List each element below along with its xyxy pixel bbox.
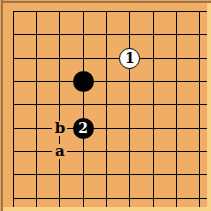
- intersection: [48, 23, 71, 46]
- board-cut-margin-bottom: [0, 207, 211, 211]
- intersection: [165, 0, 188, 23]
- intersection: [2, 140, 25, 163]
- intersection: [142, 47, 165, 70]
- intersection: [165, 93, 188, 116]
- intersection: [95, 70, 118, 93]
- intersection: [118, 0, 141, 23]
- intersection: [25, 93, 48, 116]
- intersection: [2, 93, 25, 116]
- intersection: [48, 70, 71, 93]
- intersection: [25, 0, 48, 23]
- intersection: [2, 70, 25, 93]
- intersection: [25, 23, 48, 46]
- intersection: [165, 117, 188, 140]
- mark-b: b: [52, 121, 67, 136]
- intersection: [48, 163, 71, 186]
- intersection: [72, 0, 95, 23]
- intersection: [95, 117, 118, 140]
- intersection: b: [48, 117, 71, 140]
- intersection: [2, 0, 25, 23]
- intersection: [118, 70, 141, 93]
- intersection: [95, 47, 118, 70]
- board-cut-margin-right: [207, 0, 211, 211]
- intersection: [142, 23, 165, 46]
- intersection: [165, 140, 188, 163]
- intersection: [118, 140, 141, 163]
- intersection: [165, 47, 188, 70]
- intersection: [48, 93, 71, 116]
- board-frame-top: [0, 0, 211, 3]
- intersection: [25, 140, 48, 163]
- intersection: [25, 163, 48, 186]
- intersection: [165, 70, 188, 93]
- intersection: [142, 163, 165, 186]
- intersection: [142, 0, 165, 23]
- grid: 1b2a: [2, 0, 211, 210]
- intersection: [25, 117, 48, 140]
- intersection: [2, 23, 25, 46]
- intersection: [2, 163, 25, 186]
- intersection: [142, 70, 165, 93]
- intersection: [25, 70, 48, 93]
- intersection: [142, 140, 165, 163]
- mark-a: a: [52, 144, 67, 159]
- intersection: a: [48, 140, 71, 163]
- go-board: 1b2a: [0, 0, 211, 211]
- intersection: [48, 0, 71, 23]
- intersection: [95, 0, 118, 23]
- white-stone-1: 1: [119, 48, 140, 69]
- black-stone-2: 2: [73, 118, 94, 139]
- intersection: 2: [72, 117, 95, 140]
- intersection: [95, 93, 118, 116]
- intersection: [72, 163, 95, 186]
- intersection: [118, 93, 141, 116]
- intersection: [72, 93, 95, 116]
- intersection: [25, 47, 48, 70]
- intersection: [142, 117, 165, 140]
- intersection: [72, 47, 95, 70]
- intersection: [72, 140, 95, 163]
- intersection: [118, 163, 141, 186]
- board-frame-left: [0, 0, 3, 211]
- intersection: [165, 163, 188, 186]
- intersection: [2, 117, 25, 140]
- intersection: [95, 163, 118, 186]
- intersection: [2, 47, 25, 70]
- intersection: [118, 117, 141, 140]
- intersection: [95, 23, 118, 46]
- intersection: [95, 140, 118, 163]
- intersection: [165, 23, 188, 46]
- intersection: 1: [118, 47, 141, 70]
- intersection: [72, 70, 95, 93]
- black-stone: [73, 71, 94, 92]
- intersection: [48, 47, 71, 70]
- intersection: [72, 23, 95, 46]
- intersection: [118, 23, 141, 46]
- intersection: [142, 93, 165, 116]
